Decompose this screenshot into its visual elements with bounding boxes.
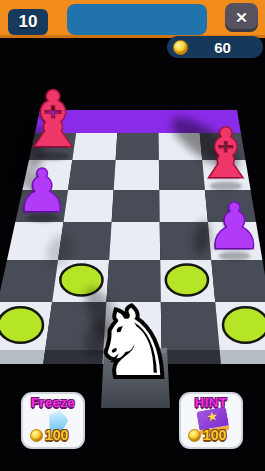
- hint-label: HINT: [181, 395, 241, 410]
- coin-icon: [188, 429, 201, 442]
- freeze-button[interactable]: Freeze 100: [21, 392, 85, 449]
- hint-button[interactable]: HINT ★ 100: [179, 392, 243, 449]
- freeze-label: Freeze: [23, 395, 83, 410]
- game-screen: 10 ✕ 60 ♝♝♝♝♟♟♟♟♞♞ Freeze 100 HINT ★ 100: [0, 0, 265, 471]
- freeze-cost-value: 100: [45, 427, 68, 443]
- hint-cost-value: 100: [203, 427, 226, 443]
- coin-icon: [30, 429, 43, 442]
- hint-cost: 100: [188, 427, 226, 443]
- freeze-cost: 100: [30, 427, 68, 443]
